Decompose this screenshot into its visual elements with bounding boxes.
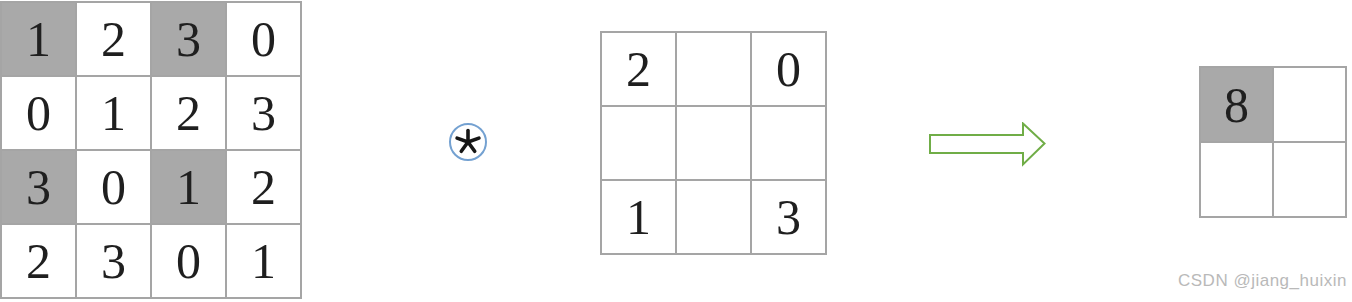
kernel-cell-r1c1 xyxy=(677,107,750,179)
output-cell-r0c0: 8 xyxy=(1201,68,1272,141)
kernel-cell-r0c1 xyxy=(677,33,750,105)
input-cell-r3c3: 1 xyxy=(227,225,300,297)
input-cell-r0c1: 2 xyxy=(77,3,150,75)
input-cell-r0c2: 3 xyxy=(152,3,225,75)
output-cell-r0c1 xyxy=(1274,68,1345,141)
watermark: CSDN @jiang_huixin xyxy=(1178,271,1347,291)
kernel-cell-r1c2 xyxy=(752,107,825,179)
input-cell-r1c0: 0 xyxy=(2,77,75,149)
input-cell-r3c0: 2 xyxy=(2,225,75,297)
input-cell-r1c3: 3 xyxy=(227,77,300,149)
asterisk-icon xyxy=(453,127,483,157)
convolution-diagram: 1230012330122301 2013 8 CSDN @jiang_huix… xyxy=(0,0,1352,302)
right-arrow-icon xyxy=(929,122,1047,168)
input-cell-r2c3: 2 xyxy=(227,151,300,223)
kernel-cell-r2c0: 1 xyxy=(602,181,675,253)
output-cell-r1c0 xyxy=(1201,143,1272,216)
output-cell-r1c1 xyxy=(1274,143,1345,216)
output-matrix: 8 xyxy=(1199,66,1347,218)
kernel-cell-r0c2: 0 xyxy=(752,33,825,105)
input-cell-r2c1: 0 xyxy=(77,151,150,223)
input-cell-r1c1: 1 xyxy=(77,77,150,149)
kernel-cell-r0c0: 2 xyxy=(602,33,675,105)
kernel-cell-r1c0 xyxy=(602,107,675,179)
kernel-matrix: 2013 xyxy=(600,31,827,255)
kernel-cell-r2c1 xyxy=(677,181,750,253)
input-cell-r2c2: 1 xyxy=(152,151,225,223)
input-matrix: 1230012330122301 xyxy=(0,1,302,299)
input-cell-r3c2: 0 xyxy=(152,225,225,297)
input-cell-r1c2: 2 xyxy=(152,77,225,149)
input-cell-r3c1: 3 xyxy=(77,225,150,297)
convolution-operator xyxy=(449,123,487,161)
input-cell-r0c0: 1 xyxy=(2,3,75,75)
kernel-cell-r2c2: 3 xyxy=(752,181,825,253)
input-cell-r0c3: 0 xyxy=(227,3,300,75)
input-cell-r2c0: 3 xyxy=(2,151,75,223)
